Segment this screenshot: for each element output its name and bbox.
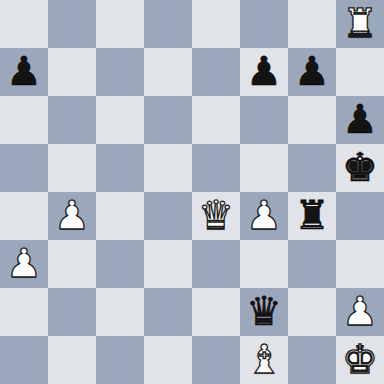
black-pawn[interactable]: ♟ [6, 47, 42, 95]
square-c3[interactable] [96, 240, 144, 288]
square-g6[interactable] [288, 96, 336, 144]
square-e4[interactable]: ♛ [192, 192, 240, 240]
square-h7[interactable] [336, 48, 384, 96]
square-e5[interactable] [192, 144, 240, 192]
square-d8[interactable] [144, 0, 192, 48]
square-e1[interactable] [192, 336, 240, 384]
square-g2[interactable] [288, 288, 336, 336]
square-b1[interactable] [48, 336, 96, 384]
square-h5[interactable]: ♚ [336, 144, 384, 192]
square-d6[interactable] [144, 96, 192, 144]
black-pawn[interactable]: ♟ [294, 47, 330, 95]
square-f5[interactable] [240, 144, 288, 192]
white-bishop[interactable]: ♝ [246, 335, 282, 383]
black-rook[interactable]: ♜ [294, 191, 330, 239]
black-queen[interactable]: ♛ [246, 287, 282, 335]
square-g8[interactable] [288, 0, 336, 48]
black-pawn[interactable]: ♟ [342, 95, 378, 143]
square-g3[interactable] [288, 240, 336, 288]
square-b6[interactable] [48, 96, 96, 144]
square-b8[interactable] [48, 0, 96, 48]
square-b2[interactable] [48, 288, 96, 336]
square-h3[interactable] [336, 240, 384, 288]
square-f7[interactable]: ♟ [240, 48, 288, 96]
square-d2[interactable] [144, 288, 192, 336]
black-pawn[interactable]: ♟ [246, 47, 282, 95]
square-b5[interactable] [48, 144, 96, 192]
white-pawn[interactable]: ♟ [342, 287, 378, 335]
square-g4[interactable]: ♜ [288, 192, 336, 240]
square-h4[interactable] [336, 192, 384, 240]
square-f3[interactable] [240, 240, 288, 288]
square-a6[interactable] [0, 96, 48, 144]
square-d1[interactable] [144, 336, 192, 384]
square-c8[interactable] [96, 0, 144, 48]
square-g7[interactable]: ♟ [288, 48, 336, 96]
square-e8[interactable] [192, 0, 240, 48]
square-f4[interactable]: ♟ [240, 192, 288, 240]
square-f8[interactable] [240, 0, 288, 48]
square-e2[interactable] [192, 288, 240, 336]
square-a8[interactable] [0, 0, 48, 48]
square-f2[interactable]: ♛ [240, 288, 288, 336]
square-h2[interactable]: ♟ [336, 288, 384, 336]
square-c5[interactable] [96, 144, 144, 192]
square-a4[interactable] [0, 192, 48, 240]
square-e3[interactable] [192, 240, 240, 288]
square-e6[interactable] [192, 96, 240, 144]
square-b7[interactable] [48, 48, 96, 96]
square-c2[interactable] [96, 288, 144, 336]
chess-board: ♜♟♟♟♟♚♟♛♟♜♟♛♟♝♚ [0, 0, 384, 384]
square-a3[interactable]: ♟ [0, 240, 48, 288]
square-d5[interactable] [144, 144, 192, 192]
black-king[interactable]: ♚ [342, 143, 378, 191]
square-c6[interactable] [96, 96, 144, 144]
square-f1[interactable]: ♝ [240, 336, 288, 384]
square-f6[interactable] [240, 96, 288, 144]
white-queen[interactable]: ♛ [198, 191, 234, 239]
square-g1[interactable] [288, 336, 336, 384]
square-a1[interactable] [0, 336, 48, 384]
square-d7[interactable] [144, 48, 192, 96]
square-a2[interactable] [0, 288, 48, 336]
square-c4[interactable] [96, 192, 144, 240]
white-king[interactable]: ♚ [342, 335, 378, 383]
square-h6[interactable]: ♟ [336, 96, 384, 144]
white-pawn[interactable]: ♟ [6, 239, 42, 287]
square-h1[interactable]: ♚ [336, 336, 384, 384]
square-b3[interactable] [48, 240, 96, 288]
white-rook[interactable]: ♜ [342, 0, 378, 47]
white-pawn[interactable]: ♟ [54, 191, 90, 239]
square-h8[interactable]: ♜ [336, 0, 384, 48]
square-a5[interactable] [0, 144, 48, 192]
square-d3[interactable] [144, 240, 192, 288]
square-b4[interactable]: ♟ [48, 192, 96, 240]
square-a7[interactable]: ♟ [0, 48, 48, 96]
white-pawn[interactable]: ♟ [246, 191, 282, 239]
square-e7[interactable] [192, 48, 240, 96]
square-d4[interactable] [144, 192, 192, 240]
square-c1[interactable] [96, 336, 144, 384]
square-g5[interactable] [288, 144, 336, 192]
square-c7[interactable] [96, 48, 144, 96]
